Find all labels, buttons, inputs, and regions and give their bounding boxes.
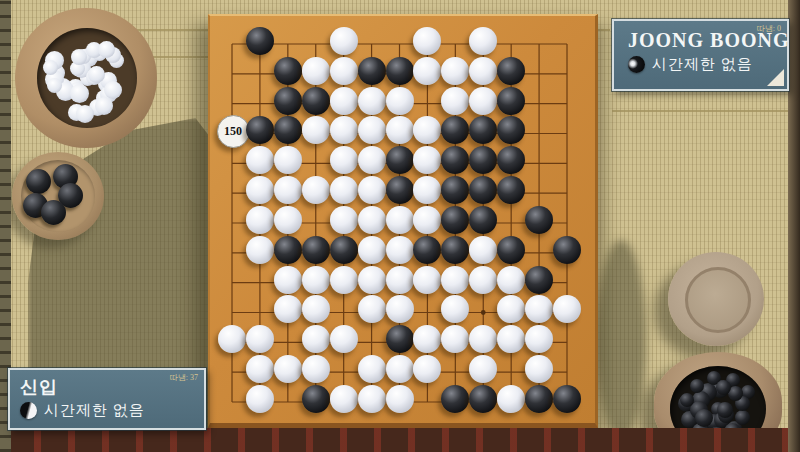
stone-black: [497, 176, 525, 204]
stone-white: [413, 146, 441, 174]
stone-white: [469, 355, 497, 383]
stone-white: [469, 87, 497, 115]
stone-black: [497, 57, 525, 85]
stone-white: [246, 385, 274, 413]
go-game-scene: 150 따냄: 0 JOONG BOONG 시간제한 없음 따냄: 37 신입 …: [0, 0, 800, 452]
black-pile-stone: [695, 409, 713, 427]
stone-white: [497, 385, 525, 413]
stone-white: [413, 355, 441, 383]
white-pile-stone: [71, 49, 87, 65]
stone-white: [330, 206, 358, 234]
stone-white: [358, 176, 386, 204]
black-pile-stone: [735, 410, 750, 425]
stone-white: [274, 206, 302, 234]
stone-white: [358, 266, 386, 294]
stone-white: [497, 266, 525, 294]
stone-black: [386, 57, 414, 85]
stone-white: [469, 325, 497, 353]
stone-white: [330, 176, 358, 204]
stone-white: [386, 116, 414, 144]
stone-white: [274, 176, 302, 204]
stone-white: [469, 266, 497, 294]
stone-black: [525, 385, 553, 413]
stone-white: [358, 295, 386, 323]
stone-black: [469, 206, 497, 234]
stone-black: [441, 176, 469, 204]
stone-white: [246, 236, 274, 264]
stone-black: [274, 116, 302, 144]
stone-white: [358, 87, 386, 115]
stone-black: [246, 116, 274, 144]
stone-black: [497, 87, 525, 115]
stone-white: [330, 27, 358, 55]
bowl-shadow: [596, 240, 646, 440]
stone-black: [386, 176, 414, 204]
stone-black: [413, 236, 441, 264]
player-panel-top[interactable]: 따냄: 0 JOONG BOONG 시간제한 없음: [612, 19, 789, 91]
stone-white: [525, 325, 553, 353]
stone-black: [441, 236, 469, 264]
stone-white: [302, 325, 330, 353]
stone-white: [302, 266, 330, 294]
stone-white: [469, 236, 497, 264]
stone-white: [330, 266, 358, 294]
stone-black: [358, 57, 386, 85]
stone-black: [497, 236, 525, 264]
stone-white: [441, 57, 469, 85]
stone-white: [413, 116, 441, 144]
stone-white: [413, 27, 441, 55]
bowl-lid-icon: [668, 252, 764, 346]
stone-black: [274, 57, 302, 85]
stone-white: [218, 325, 246, 353]
stone-black: [441, 116, 469, 144]
player-panel-bottom[interactable]: 따냄: 37 신입 시간제한 없음: [8, 368, 206, 430]
stone-white: [330, 87, 358, 115]
stone-black: [553, 385, 581, 413]
stone-black: [302, 385, 330, 413]
stone-white: [386, 266, 414, 294]
stone-white: [413, 266, 441, 294]
stone-black: [469, 146, 497, 174]
time-limit-label-bottom: 시간제한 없음: [44, 401, 145, 420]
captured-black-stone: [41, 200, 66, 225]
stone-white: [246, 355, 274, 383]
stone-white: [302, 116, 330, 144]
stone-black: [525, 206, 553, 234]
stone-white: [441, 266, 469, 294]
stone-white: [302, 355, 330, 383]
last-move-stone: 150: [217, 115, 250, 148]
captured-black-stones: [21, 160, 95, 232]
stone-black: [302, 87, 330, 115]
stone-black: [441, 146, 469, 174]
stone-white: [358, 385, 386, 413]
stones-layer: 150: [210, 16, 595, 423]
stone-white: [441, 325, 469, 353]
stone-black: [469, 176, 497, 204]
stone-white: [386, 206, 414, 234]
stone-white: [413, 206, 441, 234]
stone-black: [525, 266, 553, 294]
stone-white: [358, 236, 386, 264]
stone-black: [302, 236, 330, 264]
white-stone-icon: [20, 402, 37, 419]
stone-black: [246, 27, 274, 55]
stone-black: [469, 385, 497, 413]
black-pile-stone: [717, 402, 733, 418]
stone-white: [469, 27, 497, 55]
stone-white: [302, 176, 330, 204]
stone-white: [525, 355, 553, 383]
black-stone-icon: [628, 56, 645, 73]
stone-black: [469, 116, 497, 144]
stone-white: [497, 295, 525, 323]
panel-corner-triangle-icon[interactable]: [767, 69, 784, 86]
stone-black: [274, 87, 302, 115]
white-pile-stone: [70, 84, 89, 103]
stone-black: [386, 146, 414, 174]
stone-white: [386, 87, 414, 115]
stone-white: [358, 116, 386, 144]
stone-white: [274, 295, 302, 323]
tatami-seam: [612, 110, 788, 112]
stone-white: [358, 146, 386, 174]
stone-white: [302, 57, 330, 85]
stone-white: [330, 116, 358, 144]
stone-black: [330, 236, 358, 264]
stone-white: [246, 176, 274, 204]
white-pile-stone: [43, 60, 58, 75]
white-pile-stone: [104, 81, 122, 99]
stone-white: [246, 146, 274, 174]
stone-white: [413, 176, 441, 204]
player-name-bottom: 신입: [20, 375, 194, 399]
stone-white: [553, 295, 581, 323]
white-pile-stone: [76, 105, 94, 123]
stone-white: [246, 325, 274, 353]
stone-white: [274, 146, 302, 174]
stone-white: [358, 206, 386, 234]
stone-white: [497, 325, 525, 353]
white-pile-stone: [88, 66, 105, 83]
time-limit-label-top: 시간제한 없음: [652, 55, 753, 74]
stone-white: [386, 385, 414, 413]
stone-white: [386, 236, 414, 264]
stone-white: [358, 355, 386, 383]
stone-white: [330, 146, 358, 174]
captured-black-stone: [26, 169, 51, 194]
stone-white: [330, 57, 358, 85]
tatami-right-border: [788, 0, 800, 452]
capture-lid: [12, 152, 104, 240]
stone-white: [386, 355, 414, 383]
stone-white: [413, 57, 441, 85]
stone-white: [413, 325, 441, 353]
white-stone-pile: [37, 28, 137, 128]
stone-black: [274, 236, 302, 264]
stone-white: [525, 295, 553, 323]
stone-white: [441, 295, 469, 323]
player-name-top: JOONG BOONG: [628, 29, 777, 52]
white-pile-stone: [95, 97, 113, 115]
stone-white: [302, 295, 330, 323]
go-board[interactable]: 150: [208, 14, 598, 428]
stone-white: [330, 325, 358, 353]
white-stone-bowl: [15, 8, 157, 148]
stone-white: [330, 385, 358, 413]
stone-white: [274, 266, 302, 294]
stone-white: [441, 87, 469, 115]
stone-black: [441, 206, 469, 234]
stone-white: [469, 57, 497, 85]
stone-white: [274, 355, 302, 383]
floor-edge: [0, 428, 800, 452]
captures-count-top: 따냄: 0: [757, 23, 781, 34]
stone-white: [386, 295, 414, 323]
stone-black: [441, 385, 469, 413]
stone-black: [497, 146, 525, 174]
black-pile-stone: [690, 379, 704, 393]
stone-white: [246, 206, 274, 234]
captures-count-bottom: 따냄: 37: [170, 372, 198, 383]
lid-ring: [685, 267, 751, 333]
stone-black: [553, 236, 581, 264]
stone-black: [386, 325, 414, 353]
stone-black: [497, 116, 525, 144]
